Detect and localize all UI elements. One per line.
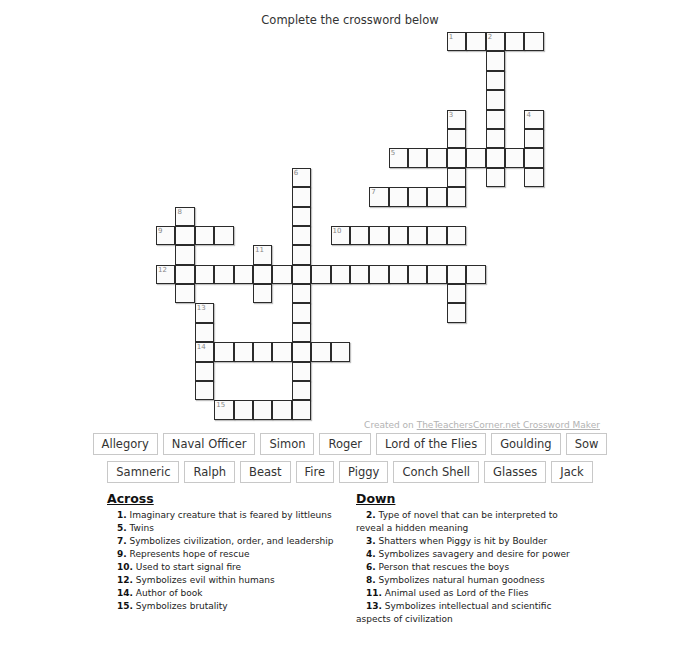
grid-cell[interactable] bbox=[214, 342, 233, 361]
word-bank-item: Ralph bbox=[184, 461, 235, 483]
grid-cell[interactable] bbox=[486, 129, 505, 148]
down-header: Down bbox=[356, 491, 624, 506]
grid-cell[interactable] bbox=[447, 168, 466, 187]
clue-item-text: Symbolizes brutality bbox=[136, 601, 228, 611]
grid-cell[interactable] bbox=[253, 342, 272, 361]
grid-cell[interactable] bbox=[331, 342, 350, 361]
word-bank-row-2: SamnericRalphBeastFirePiggyConch ShellGl… bbox=[0, 461, 700, 483]
clue-number: 9 bbox=[158, 227, 162, 235]
grid-cell[interactable] bbox=[447, 303, 466, 322]
grid-cell[interactable] bbox=[486, 51, 505, 70]
clue-item: 11. Animal used as Lord of the Flies bbox=[356, 587, 624, 600]
grid-cell[interactable] bbox=[234, 265, 253, 284]
grid-cell[interactable] bbox=[253, 284, 272, 303]
clue-number: 2 bbox=[488, 33, 492, 41]
grid-cell[interactable] bbox=[175, 245, 194, 264]
grid-cell[interactable]: 3 bbox=[447, 110, 466, 129]
clue-number: 11 bbox=[255, 246, 264, 254]
grid-cell[interactable] bbox=[427, 148, 446, 167]
grid-cell[interactable] bbox=[331, 265, 350, 284]
grid-cell[interactable] bbox=[466, 265, 485, 284]
clue-item-text: Symbolizes intellectual and scientific a… bbox=[356, 601, 551, 624]
grid-cell[interactable] bbox=[311, 342, 330, 361]
credit-line: Created on TheTeachersCorner.net Crosswo… bbox=[0, 420, 600, 430]
word-bank-item: Beast bbox=[240, 461, 291, 483]
across-clues-section: Across 1. Imaginary creature that is fea… bbox=[107, 491, 357, 613]
word-bank-row-1: AllegoryNaval OfficerSimonRogerLord of t… bbox=[0, 433, 700, 455]
clue-item-text: Author of book bbox=[136, 588, 203, 598]
word-bank-item: Conch Shell bbox=[393, 461, 479, 483]
grid-cell[interactable] bbox=[427, 265, 446, 284]
clue-number: 7 bbox=[371, 188, 375, 196]
grid-cell[interactable] bbox=[272, 265, 291, 284]
grid-cell[interactable] bbox=[447, 129, 466, 148]
grid-cell[interactable] bbox=[292, 342, 311, 361]
clue-item-text: Represents hope of rescue bbox=[130, 549, 250, 559]
clue-item-text: Imaginary creature that is feared by lit… bbox=[130, 510, 332, 520]
grid-cell[interactable]: 10 bbox=[331, 226, 350, 245]
grid-cell[interactable] bbox=[486, 90, 505, 109]
grid-cell[interactable] bbox=[486, 168, 505, 187]
clue-item-text: Type of novel that can be interpreted to… bbox=[356, 510, 558, 533]
grid-cell[interactable] bbox=[234, 342, 253, 361]
grid-cell[interactable]: 4 bbox=[524, 110, 543, 129]
grid-cell[interactable] bbox=[408, 148, 427, 167]
word-bank-item: Allegory bbox=[93, 433, 158, 455]
word-bank-item: Samneric bbox=[107, 461, 179, 483]
grid-cell[interactable] bbox=[292, 187, 311, 206]
grid-cell[interactable] bbox=[505, 32, 524, 51]
grid-cell[interactable] bbox=[447, 148, 466, 167]
clue-item: 3. Shatters when Piggy is hit by Boulder bbox=[356, 535, 624, 548]
word-bank-item: Jack bbox=[551, 461, 592, 483]
clue-item-number: 3. bbox=[366, 536, 376, 546]
grid-cell[interactable] bbox=[427, 187, 446, 206]
grid-cell[interactable]: 1 bbox=[447, 32, 466, 51]
clue-item-text: Twins bbox=[130, 523, 154, 533]
grid-cell[interactable] bbox=[524, 168, 543, 187]
clue-item-number: 10. bbox=[117, 562, 133, 572]
clue-item-number: 7. bbox=[117, 536, 127, 546]
grid-cell[interactable] bbox=[292, 400, 311, 419]
word-bank-item: Goulding bbox=[491, 433, 561, 455]
clue-item: 13. Symbolizes intellectual and scientif… bbox=[356, 600, 624, 626]
grid-cell[interactable] bbox=[486, 110, 505, 129]
grid-cell[interactable] bbox=[505, 148, 524, 167]
grid-cell[interactable]: 11 bbox=[253, 245, 272, 264]
grid-cell[interactable] bbox=[195, 323, 214, 342]
grid-cell[interactable] bbox=[486, 71, 505, 90]
grid-cell[interactable] bbox=[389, 265, 408, 284]
grid-cell[interactable]: 6 bbox=[292, 168, 311, 187]
grid-cell[interactable] bbox=[253, 400, 272, 419]
clue-item-number: 9. bbox=[117, 549, 127, 559]
grid-cell[interactable] bbox=[195, 226, 214, 245]
clue-item-number: 8. bbox=[366, 575, 376, 585]
grid-cell[interactable] bbox=[350, 226, 369, 245]
clue-item: 6. Person that rescues the boys bbox=[356, 561, 624, 574]
grid-cell[interactable] bbox=[408, 226, 427, 245]
grid-cell[interactable] bbox=[292, 362, 311, 381]
grid-cell[interactable] bbox=[466, 32, 485, 51]
grid-cell[interactable]: 13 bbox=[195, 303, 214, 322]
grid-cell[interactable] bbox=[311, 265, 330, 284]
across-header: Across bbox=[107, 491, 357, 506]
word-bank-item: Naval Officer bbox=[163, 433, 256, 455]
grid-cell[interactable]: 5 bbox=[389, 148, 408, 167]
clue-item: 8. Symbolizes natural human goodness bbox=[356, 574, 624, 587]
clue-item-number: 11. bbox=[366, 588, 382, 598]
clue-number: 8 bbox=[177, 208, 181, 216]
grid-cell[interactable] bbox=[486, 148, 505, 167]
grid-cell[interactable] bbox=[524, 32, 543, 51]
clue-number: 13 bbox=[197, 304, 206, 312]
clue-item-number: 15. bbox=[117, 601, 133, 611]
grid-cell[interactable] bbox=[369, 226, 388, 245]
grid-cell[interactable] bbox=[195, 362, 214, 381]
grid-cell[interactable] bbox=[175, 265, 194, 284]
grid-cell[interactable] bbox=[447, 265, 466, 284]
grid-cell[interactable] bbox=[427, 226, 446, 245]
grid-cell[interactable] bbox=[350, 265, 369, 284]
word-bank-item: Simon bbox=[260, 433, 314, 455]
page-title: Complete the crossword below bbox=[0, 13, 700, 27]
clue-number: 5 bbox=[391, 149, 395, 157]
grid-cell[interactable] bbox=[292, 245, 311, 264]
grid-cell[interactable] bbox=[195, 265, 214, 284]
clue-number: 12 bbox=[158, 266, 167, 274]
grid-cell[interactable] bbox=[175, 226, 194, 245]
grid-cell[interactable]: 9 bbox=[156, 226, 175, 245]
grid-cell[interactable] bbox=[292, 207, 311, 226]
grid-cell[interactable] bbox=[292, 265, 311, 284]
grid-cell[interactable] bbox=[447, 187, 466, 206]
clue-item: 12. Symbolizes evil within humans bbox=[107, 574, 357, 587]
crossword-page: Complete the crossword below 12345678910… bbox=[0, 0, 700, 663]
clue-item-number: 1. bbox=[117, 510, 127, 520]
word-bank-item: Glasses bbox=[484, 461, 546, 483]
grid-cell[interactable] bbox=[466, 148, 485, 167]
clue-item: 5. Twins bbox=[107, 522, 357, 535]
grid-cell[interactable] bbox=[292, 284, 311, 303]
grid-cell[interactable] bbox=[234, 400, 253, 419]
clue-item-text: Symbolizes savagery and desire for power bbox=[379, 549, 570, 559]
clue-item-number: 14. bbox=[117, 588, 133, 598]
clue-item-number: 2. bbox=[366, 510, 376, 520]
grid-cell[interactable] bbox=[447, 284, 466, 303]
clue-item: 9. Represents hope of rescue bbox=[107, 548, 357, 561]
grid-cell[interactable] bbox=[292, 381, 311, 400]
grid-cell[interactable] bbox=[214, 226, 233, 245]
crossword-grid: 123456789101112131415 bbox=[156, 32, 544, 420]
grid-cell[interactable]: 7 bbox=[369, 187, 388, 206]
grid-cell[interactable] bbox=[292, 226, 311, 245]
word-bank-item: Piggy bbox=[339, 461, 388, 483]
clue-item-text: Animal used as Lord of the Flies bbox=[385, 588, 529, 598]
grid-cell[interactable] bbox=[253, 265, 272, 284]
clue-item-text: Symbolizes civilization, order, and lead… bbox=[130, 536, 334, 546]
word-bank-item: Roger bbox=[319, 433, 371, 455]
clue-item: 7. Symbolizes civilization, order, and l… bbox=[107, 535, 357, 548]
grid-cell[interactable] bbox=[272, 342, 291, 361]
clue-number: 6 bbox=[294, 169, 298, 177]
clue-item-text: Shatters when Piggy is hit by Boulder bbox=[379, 536, 548, 546]
grid-cell[interactable] bbox=[175, 284, 194, 303]
clue-item: 15. Symbolizes brutality bbox=[107, 600, 357, 613]
clue-number: 4 bbox=[526, 111, 530, 119]
word-bank-item: Fire bbox=[296, 461, 335, 483]
credit-prefix: Created on bbox=[364, 420, 417, 430]
grid-cell[interactable] bbox=[292, 303, 311, 322]
word-bank-item: Lord of the Flies bbox=[376, 433, 486, 455]
grid-cell[interactable] bbox=[524, 148, 543, 167]
clue-number: 15 bbox=[216, 401, 225, 409]
clue-number: 1 bbox=[449, 33, 453, 41]
down-clue-list: 2. Type of novel that can be interpreted… bbox=[356, 509, 624, 626]
clue-number: 10 bbox=[333, 227, 342, 235]
grid-cell[interactable]: 2 bbox=[486, 32, 505, 51]
clue-item: 4. Symbolizes savagery and desire for po… bbox=[356, 548, 624, 561]
clue-item-text: Used to start signal fire bbox=[136, 562, 241, 572]
grid-cell[interactable] bbox=[408, 265, 427, 284]
grid-cell[interactable] bbox=[369, 265, 388, 284]
clue-item: 14. Author of book bbox=[107, 587, 357, 600]
clue-item-number: 13. bbox=[366, 601, 382, 611]
grid-cell[interactable] bbox=[389, 226, 408, 245]
grid-cell[interactable] bbox=[389, 187, 408, 206]
clue-item-number: 5. bbox=[117, 523, 127, 533]
clue-item-number: 4. bbox=[366, 549, 376, 559]
clue-item-number: 12. bbox=[117, 575, 133, 585]
grid-cell[interactable]: 14 bbox=[195, 342, 214, 361]
grid-cell[interactable] bbox=[214, 265, 233, 284]
grid-cell[interactable] bbox=[195, 381, 214, 400]
clue-item-text: Person that rescues the boys bbox=[379, 562, 510, 572]
grid-cell[interactable] bbox=[447, 226, 466, 245]
grid-cell[interactable]: 12 bbox=[156, 265, 175, 284]
word-bank-item: Sow bbox=[566, 433, 608, 455]
clue-item: 10. Used to start signal fire bbox=[107, 561, 357, 574]
clue-item-text: Symbolizes evil within humans bbox=[136, 575, 275, 585]
clue-item-text: Symbolizes natural human goodness bbox=[379, 575, 545, 585]
grid-cell[interactable] bbox=[408, 187, 427, 206]
clue-item: 1. Imaginary creature that is feared by … bbox=[107, 509, 357, 522]
grid-cell[interactable] bbox=[524, 129, 543, 148]
grid-cell[interactable] bbox=[272, 400, 291, 419]
clue-number: 3 bbox=[449, 111, 453, 119]
down-clues-section: Down 2. Type of novel that can be interp… bbox=[356, 491, 624, 626]
grid-cell[interactable] bbox=[292, 323, 311, 342]
grid-cell[interactable]: 8 bbox=[175, 207, 194, 226]
clue-number: 14 bbox=[197, 343, 206, 351]
across-clue-list: 1. Imaginary creature that is feared by … bbox=[107, 509, 357, 613]
clue-item-number: 6. bbox=[366, 562, 376, 572]
grid-cell[interactable]: 15 bbox=[214, 400, 233, 419]
credit-link[interactable]: TheTeachersCorner.net Crossword Maker bbox=[417, 420, 600, 430]
clue-item: 2. Type of novel that can be interpreted… bbox=[356, 509, 624, 535]
